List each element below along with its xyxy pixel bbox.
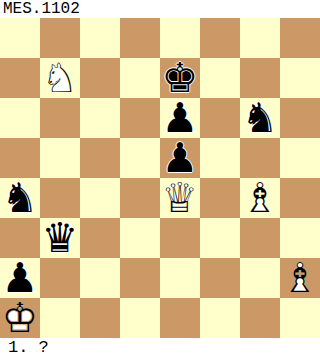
square-c7[interactable] [80,58,120,98]
square-h2[interactable]: ♝♗ [280,258,320,298]
square-e7[interactable]: ♚ [160,58,200,98]
piece-black-pawn[interactable]: ♟ [0,258,40,298]
square-a3[interactable] [0,218,40,258]
piece-white-queen[interactable]: ♛♕ [160,178,200,218]
square-a7[interactable] [0,58,40,98]
square-e6[interactable]: ♟ [160,98,200,138]
knight-glyph: ♞ [240,98,280,138]
square-g1[interactable] [240,298,280,338]
square-h5[interactable] [280,138,320,178]
square-f6[interactable] [200,98,240,138]
square-a2[interactable]: ♟ [0,258,40,298]
piece-white-knight[interactable]: ♞♘ [40,58,80,98]
square-d2[interactable] [120,258,160,298]
square-b6[interactable] [40,98,80,138]
square-g2[interactable] [240,258,280,298]
square-h7[interactable] [280,58,320,98]
square-a5[interactable] [0,138,40,178]
square-b1[interactable] [40,298,80,338]
chess-board: ♞♘♚♟♞♟♞♛♕♝♗♛♟♝♗♚♔ [0,18,320,338]
square-b5[interactable] [40,138,80,178]
piece-black-pawn[interactable]: ♟ [160,98,200,138]
king-glyph: ♔ [0,298,40,338]
square-c4[interactable] [80,178,120,218]
square-c6[interactable] [80,98,120,138]
square-d4[interactable] [120,178,160,218]
square-c8[interactable] [80,18,120,58]
square-f4[interactable] [200,178,240,218]
square-d3[interactable] [120,218,160,258]
puzzle-id: MES.1102 [0,0,320,18]
square-a6[interactable] [0,98,40,138]
square-e5[interactable]: ♟ [160,138,200,178]
square-d7[interactable] [120,58,160,98]
square-c3[interactable] [80,218,120,258]
square-a1[interactable]: ♚♔ [0,298,40,338]
square-g8[interactable] [240,18,280,58]
square-c2[interactable] [80,258,120,298]
square-d5[interactable] [120,138,160,178]
pawn-glyph: ♟ [160,138,200,178]
piece-black-knight[interactable]: ♞ [0,178,40,218]
square-c1[interactable] [80,298,120,338]
piece-white-king[interactable]: ♚♔ [0,298,40,338]
piece-white-bishop[interactable]: ♝♗ [280,258,320,298]
square-h3[interactable] [280,218,320,258]
square-b2[interactable] [40,258,80,298]
square-b4[interactable] [40,178,80,218]
square-g4[interactable]: ♝♗ [240,178,280,218]
square-e3[interactable] [160,218,200,258]
queen-glyph: ♕ [160,178,200,218]
square-h6[interactable] [280,98,320,138]
square-b8[interactable] [40,18,80,58]
square-f7[interactable] [200,58,240,98]
square-f1[interactable] [200,298,240,338]
piece-white-bishop[interactable]: ♝♗ [240,178,280,218]
square-h4[interactable] [280,178,320,218]
square-d6[interactable] [120,98,160,138]
square-b3[interactable]: ♛ [40,218,80,258]
square-c5[interactable] [80,138,120,178]
square-h1[interactable] [280,298,320,338]
square-f5[interactable] [200,138,240,178]
piece-black-king[interactable]: ♚ [160,58,200,98]
queen-glyph: ♛ [40,218,80,258]
square-f2[interactable] [200,258,240,298]
square-a8[interactable] [0,18,40,58]
square-a4[interactable]: ♞ [0,178,40,218]
square-h8[interactable] [280,18,320,58]
piece-black-pawn[interactable]: ♟ [160,138,200,178]
knight-glyph: ♞ [0,178,40,218]
king-glyph: ♚ [160,58,200,98]
piece-black-queen[interactable]: ♛ [40,218,80,258]
move-prompt: 1. ? [0,338,320,360]
square-e4[interactable]: ♛♕ [160,178,200,218]
chess-app-window: MES.1102 ♞♘♚♟♞♟♞♛♕♝♗♛♟♝♗♚♔ 1. ? [0,0,320,360]
square-b7[interactable]: ♞♘ [40,58,80,98]
bishop-glyph: ♗ [240,178,280,218]
square-g5[interactable] [240,138,280,178]
square-e8[interactable] [160,18,200,58]
square-d8[interactable] [120,18,160,58]
square-e1[interactable] [160,298,200,338]
bishop-glyph: ♗ [280,258,320,298]
square-g7[interactable] [240,58,280,98]
square-e2[interactable] [160,258,200,298]
square-d1[interactable] [120,298,160,338]
square-g3[interactable] [240,218,280,258]
square-f3[interactable] [200,218,240,258]
pawn-glyph: ♟ [0,258,40,298]
knight-glyph: ♘ [40,58,80,98]
square-f8[interactable] [200,18,240,58]
square-g6[interactable]: ♞ [240,98,280,138]
pawn-glyph: ♟ [160,98,200,138]
piece-black-knight[interactable]: ♞ [240,98,280,138]
